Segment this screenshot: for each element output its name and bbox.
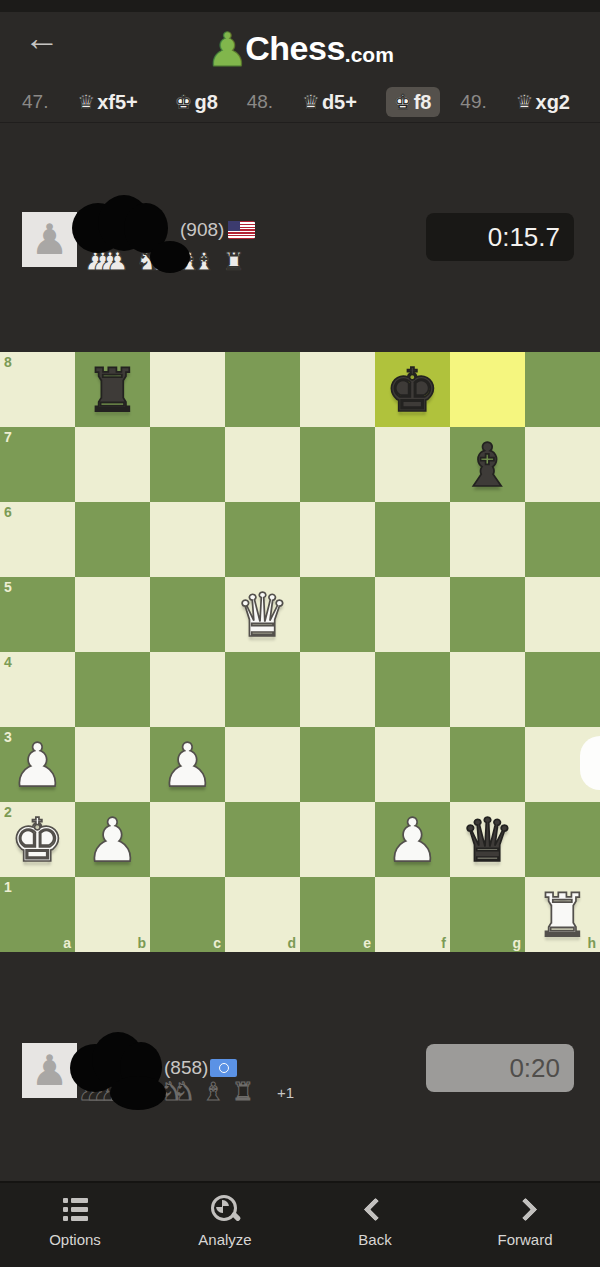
square-d4[interactable] [225, 652, 300, 727]
square-e3[interactable] [300, 727, 375, 802]
piece-white-king: ♚ [0, 802, 75, 877]
square-f1[interactable]: f [375, 877, 450, 952]
square-c5[interactable] [150, 577, 225, 652]
square-b5[interactable] [75, 577, 150, 652]
move-chip[interactable]: ♛xf5+ [69, 87, 146, 117]
piece-white-pawn: ♟ [75, 802, 150, 877]
white-queen-icon: ♛ [302, 90, 320, 114]
captured-black-bishop: ♝ [202, 1079, 224, 1105]
square-d8[interactable] [225, 352, 300, 427]
chess-board: 8♜♚7♝65♛43♟♟2♚♟♟♛1abcdefgh♜ [0, 352, 600, 952]
move-text: xf5+ [97, 91, 138, 114]
square-b3[interactable] [75, 727, 150, 802]
white-queen-icon: ♛ [516, 90, 534, 114]
captured-white-rook: ♜ [222, 249, 244, 275]
captured-rook-group: ♜ [222, 249, 244, 275]
square-a5[interactable]: 5 [0, 577, 75, 652]
square-g5[interactable] [450, 577, 525, 652]
chesscom-logo: ♟ Chess .com [0, 14, 600, 70]
square-b4[interactable] [75, 652, 150, 727]
square-g7[interactable]: ♝ [450, 427, 525, 502]
square-b6[interactable] [75, 502, 150, 577]
top-player-avatar[interactable]: ♟ [22, 212, 77, 267]
square-g4[interactable] [450, 652, 525, 727]
square-d7[interactable] [225, 427, 300, 502]
captured-black-knight: ♞ [173, 1079, 195, 1105]
move-number: 48. [247, 91, 273, 113]
analyze-magnifier-icon [210, 1194, 240, 1224]
square-a7[interactable]: 7 [0, 427, 75, 502]
un-flag [210, 1059, 237, 1077]
move-text: d5+ [322, 91, 357, 114]
file-label-f: f [441, 935, 446, 951]
file-label-c: c [213, 935, 221, 951]
square-b2[interactable]: ♟ [75, 802, 150, 877]
square-f6[interactable] [375, 502, 450, 577]
file-label-a: a [63, 935, 71, 951]
move-chip[interactable]: ♚g8 [167, 87, 226, 117]
square-d2[interactable] [225, 802, 300, 877]
captured-pawn-group: ♟♟♟♟♟♟♟♟ [78, 1079, 152, 1105]
us-flag [228, 221, 255, 239]
move-text: f8 [414, 91, 432, 114]
chevron-left-icon [363, 1197, 387, 1221]
square-e2[interactable] [300, 802, 375, 877]
captured-white-bishop: ♝ [193, 249, 215, 275]
chesscom-pawn-logo-icon: ♟ [206, 28, 248, 72]
captured-white-knight: ♞ [149, 249, 171, 275]
piece-white-rook: ♜ [525, 877, 600, 952]
analyze-button[interactable]: Analyze [150, 1183, 300, 1267]
square-g3[interactable] [450, 727, 525, 802]
forward-label: Forward [497, 1231, 552, 1248]
square-e4[interactable] [300, 652, 375, 727]
captured-black-rook: ♜ [232, 1079, 254, 1105]
square-h4[interactable] [525, 652, 600, 727]
square-h6[interactable] [525, 502, 600, 577]
rank-label-6: 6 [4, 504, 12, 520]
square-f2[interactable]: ♟ [375, 802, 450, 877]
square-a6[interactable]: 6 [0, 502, 75, 577]
square-b8[interactable]: ♜ [75, 352, 150, 427]
piece-black-king: ♚ [375, 352, 450, 427]
options-label: Options [49, 1231, 101, 1248]
square-h1[interactable]: h♜ [525, 877, 600, 952]
square-c1[interactable]: c [150, 877, 225, 952]
move-chip[interactable]: ♛d5+ [294, 87, 365, 117]
piece-black-rook: ♜ [75, 352, 150, 427]
square-c2[interactable] [150, 802, 225, 877]
square-b1[interactable]: b [75, 877, 150, 952]
captured-rook-group: ♜ [232, 1079, 254, 1105]
square-e8[interactable] [300, 352, 375, 427]
analyze-label: Analyze [198, 1231, 251, 1248]
square-c6[interactable] [150, 502, 225, 577]
move-number: 49. [460, 91, 486, 113]
captured-knight-group: ♞♞ [159, 1079, 195, 1105]
square-e1[interactable]: e [300, 877, 375, 952]
captured-pawn-group: ♟♟♟♟ [84, 249, 129, 275]
back-move-button[interactable]: Back [300, 1183, 450, 1267]
white-king-icon: ♚ [394, 90, 412, 114]
captured-white-pawn: ♟ [106, 249, 128, 275]
square-f5[interactable] [375, 577, 450, 652]
square-e5[interactable] [300, 577, 375, 652]
options-list-icon [63, 1196, 88, 1222]
piece-white-pawn: ♟ [150, 727, 225, 802]
captured-bishop-group: ♝ [202, 1079, 224, 1105]
move-chip[interactable]: ♛xg2 [508, 87, 578, 117]
top-player-captured-pieces: ♟♟♟♟♞♞♝♝♜ [84, 249, 245, 275]
square-h2[interactable] [525, 802, 600, 877]
square-c7[interactable] [150, 427, 225, 502]
square-a3[interactable]: 3♟ [0, 727, 75, 802]
square-d6[interactable] [225, 502, 300, 577]
file-label-g: g [512, 935, 521, 951]
square-a1[interactable]: 1a [0, 877, 75, 952]
bottom-player-captured-pieces: ♟♟♟♟♟♟♟♟♞♞♝♜+1 [78, 1079, 294, 1105]
square-h5[interactable] [525, 577, 600, 652]
piece-black-queen: ♛ [450, 802, 525, 877]
square-g8[interactable] [450, 352, 525, 427]
file-label-d: d [287, 935, 296, 951]
back-label: Back [358, 1231, 391, 1248]
square-b7[interactable] [75, 427, 150, 502]
square-f8[interactable]: ♚ [375, 352, 450, 427]
bottom-player-rating: (858) [164, 1057, 208, 1079]
square-c8[interactable] [150, 352, 225, 427]
piece-white-pawn: ♟ [0, 727, 75, 802]
chesscom-game-screen: ← ♟ Chess .com 47.♛xf5+♚g848.♛d5+♚f849.♛… [0, 0, 600, 1267]
rank-label-1: 1 [4, 879, 12, 895]
bottom-navigation: Options Analyze Back Forward [0, 1181, 600, 1267]
pawn-avatar-icon: ♟ [31, 212, 69, 267]
square-e7[interactable] [300, 427, 375, 502]
rank-label-5: 5 [4, 579, 12, 595]
rank-label-7: 7 [4, 429, 12, 445]
file-label-b: b [137, 935, 146, 951]
move-text: g8 [195, 91, 218, 114]
top-player-clock: 0:15.7 [426, 213, 574, 261]
move-number: 47. [22, 91, 48, 113]
material-advantage: +1 [277, 1084, 294, 1101]
header-divider [0, 122, 600, 123]
piece-white-pawn: ♟ [375, 802, 450, 877]
bottom-player-clock: 0:20 [426, 1044, 574, 1092]
logo-text-chess: Chess [245, 29, 345, 68]
move-chip-current[interactable]: ♚f8 [386, 87, 440, 117]
status-bar [0, 0, 600, 12]
top-player-rating: (908) [180, 219, 224, 241]
square-a4[interactable]: 4 [0, 652, 75, 727]
square-g6[interactable] [450, 502, 525, 577]
square-g1[interactable]: g [450, 877, 525, 952]
move-text: xg2 [536, 91, 570, 114]
rank-label-4: 4 [4, 654, 12, 670]
square-g2[interactable]: ♛ [450, 802, 525, 877]
square-a2[interactable]: 2♚ [0, 802, 75, 877]
square-h8[interactable] [525, 352, 600, 427]
piece-white-queen: ♛ [225, 577, 300, 652]
square-d1[interactable]: d [225, 877, 300, 952]
file-label-e: e [363, 935, 371, 951]
bottom-player-avatar[interactable]: ♟ [22, 1043, 77, 1098]
square-d5[interactable]: ♛ [225, 577, 300, 652]
square-d3[interactable] [225, 727, 300, 802]
white-queen-icon: ♛ [77, 90, 95, 114]
chevron-right-icon [513, 1197, 537, 1221]
square-a8[interactable]: 8 [0, 352, 75, 427]
logo-text-com: .com [345, 43, 394, 67]
square-f4[interactable] [375, 652, 450, 727]
rank-label-8: 8 [4, 354, 12, 370]
options-button[interactable]: Options [0, 1183, 150, 1267]
piece-black-bishop: ♝ [450, 427, 525, 502]
square-h7[interactable] [525, 427, 600, 502]
square-f3[interactable] [375, 727, 450, 802]
square-c4[interactable] [150, 652, 225, 727]
captured-knight-group: ♞♞ [136, 249, 172, 275]
captured-black-pawn: ♟ [130, 1079, 152, 1105]
edge-overlay-handle[interactable] [580, 736, 600, 790]
square-c3[interactable]: ♟ [150, 727, 225, 802]
captured-bishop-group: ♝♝ [179, 249, 216, 275]
white-king-icon: ♚ [175, 90, 193, 114]
move-list-bar: 47.♛xf5+♚g848.♛d5+♚f849.♛xg2 [0, 84, 600, 120]
pawn-avatar-icon: ♟ [31, 1043, 69, 1098]
square-f7[interactable] [375, 427, 450, 502]
square-e6[interactable] [300, 502, 375, 577]
forward-move-button[interactable]: Forward [450, 1183, 600, 1267]
